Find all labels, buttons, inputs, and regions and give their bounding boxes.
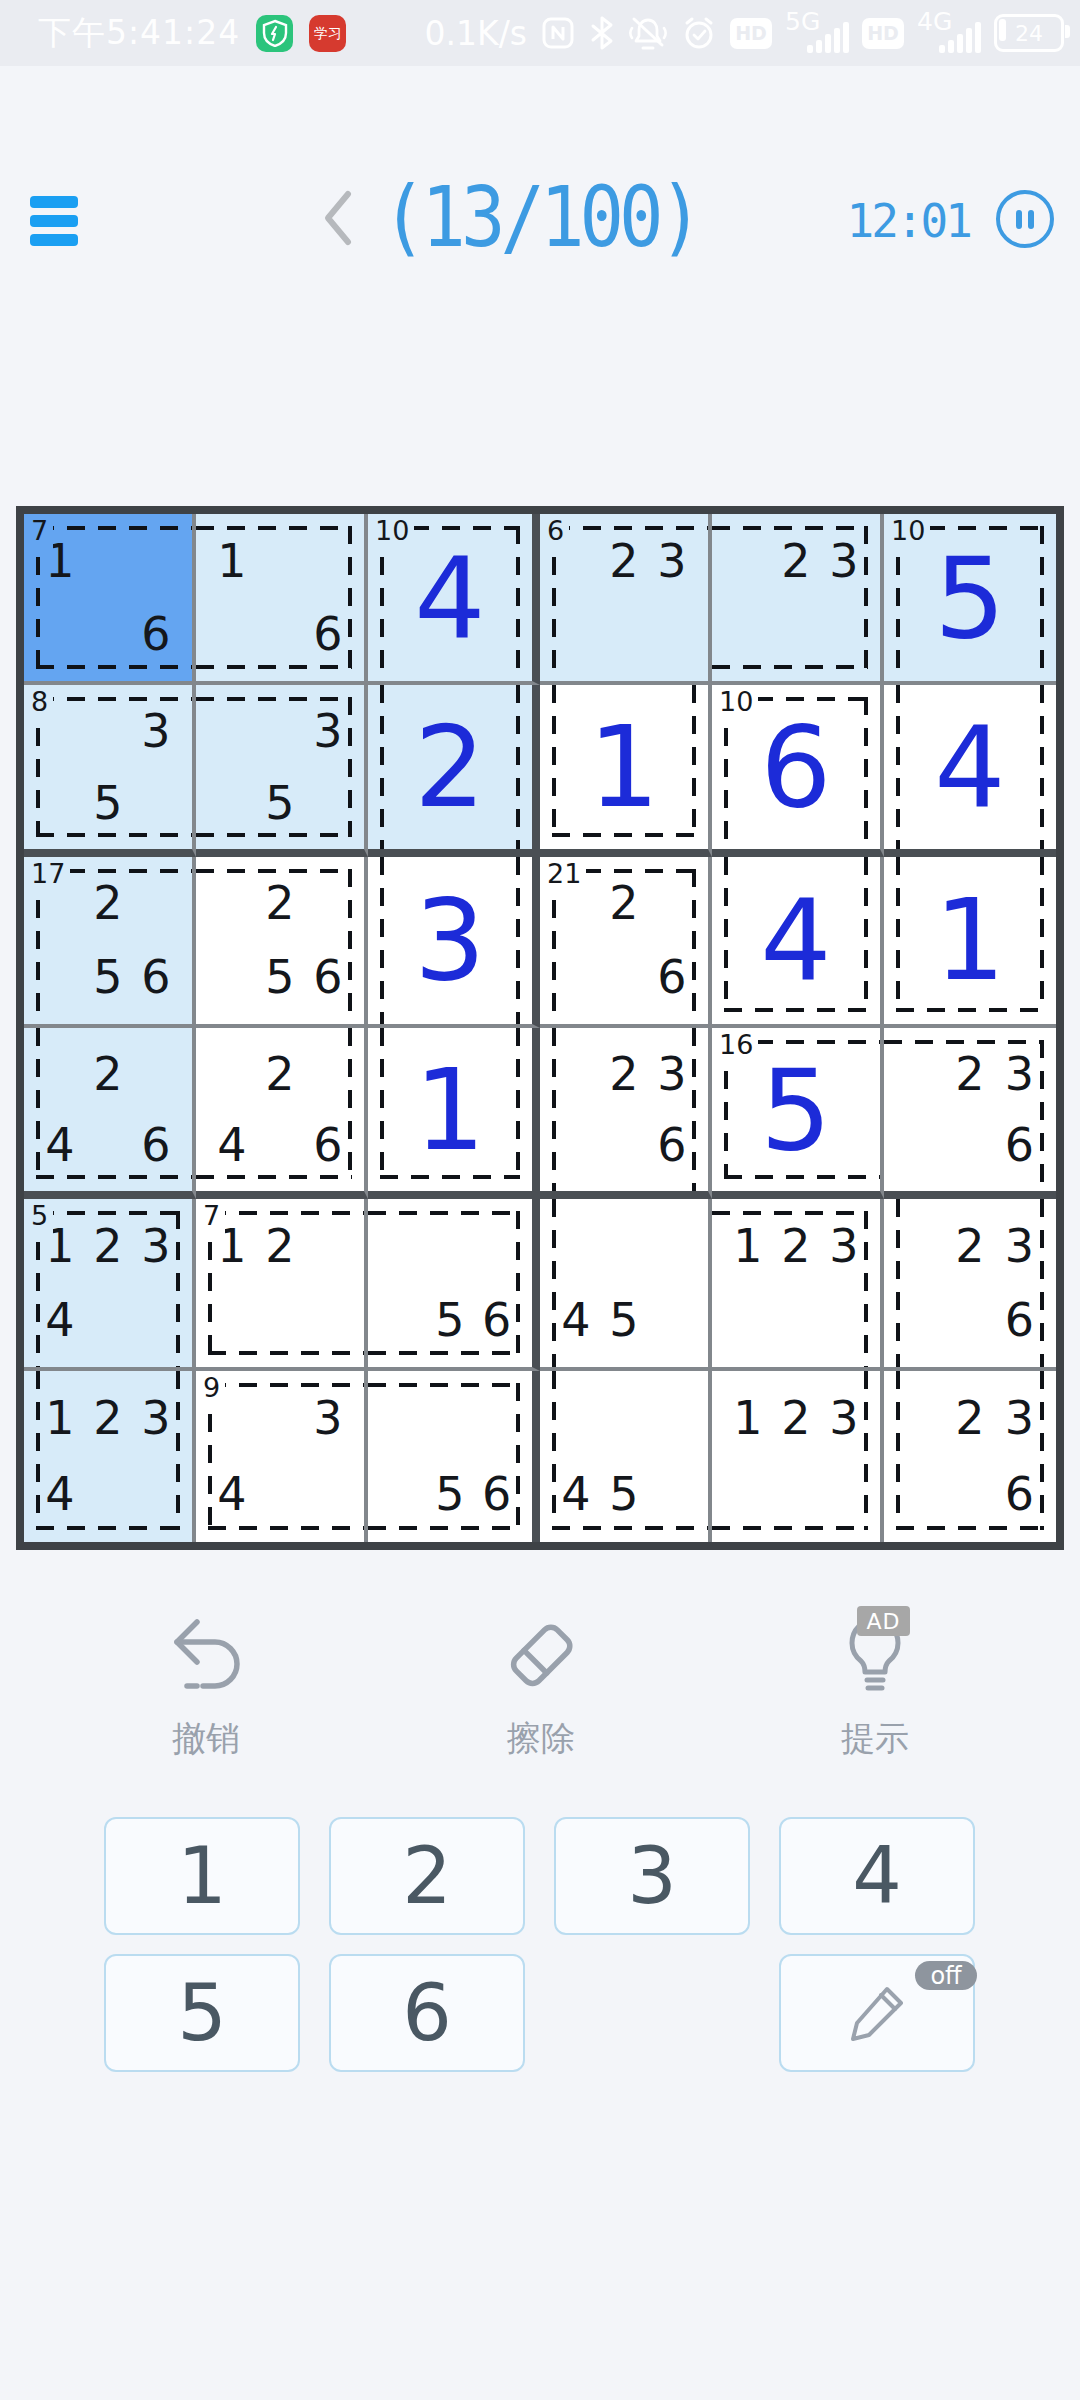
pencil-marks: 236 — [896, 1038, 1044, 1181]
cell-r4c3[interactable]: 1 — [368, 1028, 540, 1199]
pencil-mark-6: 6 — [304, 1110, 352, 1182]
pencil-marks: 35 — [36, 695, 180, 838]
pencil-mark-6: 6 — [648, 940, 696, 1014]
cell-r2c4[interactable]: 1 — [540, 685, 712, 856]
pencil-mark-2: 2 — [84, 867, 132, 941]
bluetooth-icon — [589, 15, 615, 51]
cage-sum: 17 — [31, 859, 70, 892]
pencil-mark-6: 6 — [304, 940, 352, 1014]
header: (13/100) 12:01 — [0, 168, 1080, 298]
pencil-icon — [841, 1977, 913, 2049]
pencil-marks: 45 — [552, 1381, 696, 1532]
ad-badge: AD — [857, 1606, 910, 1636]
pencil-marks: 45 — [552, 1209, 696, 1356]
hd-badge-2: HD — [862, 18, 904, 49]
alarm-icon — [681, 15, 717, 51]
cell-r2c1[interactable]: 358 — [24, 685, 196, 856]
cell-r3c2[interactable]: 256 — [196, 857, 368, 1028]
status-right-group: 0.1K/s HD 5G HD 4G 24 — [425, 11, 1064, 55]
pencil-marks: 16 — [36, 524, 180, 671]
pencil-marks: 246 — [208, 1038, 352, 1181]
pencil-mark-2: 2 — [772, 1381, 820, 1457]
cell-r2c3[interactable]: 2 — [368, 685, 540, 856]
pencil-mark-3: 3 — [304, 695, 352, 767]
pencil-marks: 1234 — [36, 1381, 180, 1532]
numpad-2[interactable]: 2 — [329, 1817, 525, 1935]
pencil-marks: 123 — [724, 1209, 868, 1356]
pencil-mark-4: 4 — [552, 1283, 600, 1357]
cell-r4c6[interactable]: 236 — [884, 1028, 1056, 1199]
hd-badge-1: HD — [730, 18, 772, 49]
pencil-mark-4: 4 — [208, 1110, 256, 1182]
pencil-mark-2: 2 — [256, 1209, 304, 1283]
pencil-mark-2: 2 — [600, 1038, 648, 1110]
status-bar: 下午5:41:24 学习 0.1K/s HD 5G HD 4G 24 — [0, 0, 1080, 66]
signal-4g-bars — [939, 22, 981, 53]
cell-r3c6[interactable]: 1 — [884, 857, 1056, 1028]
cell-r2c6[interactable]: 4 — [884, 685, 1056, 856]
numpad-5[interactable]: 5 — [104, 1954, 300, 2072]
pencil-mark-3: 3 — [304, 1381, 352, 1457]
puzzle-progress-title: (13/100) — [382, 169, 698, 265]
pencil-mark-6: 6 — [304, 598, 352, 672]
cell-r2c2[interactable]: 35 — [196, 685, 368, 856]
cell-value: 1 — [540, 685, 708, 848]
pencil-marks: 256 — [208, 867, 352, 1014]
pencil-mark-3: 3 — [820, 1381, 868, 1457]
signal-4g: 4G — [917, 11, 981, 55]
pencil-mark-5: 5 — [600, 1456, 648, 1532]
cell-r4c1[interactable]: 246 — [24, 1028, 196, 1199]
cage-sum: 7 — [31, 516, 53, 549]
number-pad: 1 2 3 4 5 6 off — [104, 1817, 976, 2072]
cage-sum: 10 — [891, 516, 930, 549]
cage-sum: 10 — [719, 687, 758, 720]
pencil-mark-5: 5 — [84, 767, 132, 839]
app-screen: 下午5:41:24 学习 0.1K/s HD 5G HD 4G 24 — [0, 0, 1080, 2400]
cell-r4c5[interactable]: 516 — [712, 1028, 884, 1199]
undo-button[interactable]: 撤销 — [121, 1612, 291, 1762]
cell-r5c2[interactable]: 127 — [196, 1199, 368, 1370]
pencil-mark-2: 2 — [945, 1381, 994, 1457]
cage-sum: 8 — [31, 687, 53, 720]
cell-r5c1[interactable]: 12345 — [24, 1199, 196, 1370]
mute-bell-icon — [628, 15, 668, 51]
cell-value: 1 — [368, 1028, 532, 1191]
cell-r4c4[interactable]: 236 — [540, 1028, 712, 1199]
cell-r6c1[interactable]: 1234 — [24, 1371, 196, 1542]
cell-r5c3[interactable]: 56 — [368, 1199, 540, 1370]
cell-r5c4[interactable]: 45 — [540, 1199, 712, 1370]
pencil-mark-3: 3 — [132, 1209, 180, 1283]
menu-icon[interactable] — [30, 196, 78, 253]
cell-value: 4 — [712, 857, 880, 1024]
security-app-icon — [256, 15, 293, 52]
cage-sum: 16 — [719, 1030, 758, 1063]
numpad-3[interactable]: 3 — [554, 1817, 750, 1935]
cell-r4c2[interactable]: 246 — [196, 1028, 368, 1199]
erase-label: 擦除 — [456, 1716, 626, 1762]
pencil-mark-2: 2 — [772, 1209, 820, 1283]
pencil-mark-3: 3 — [648, 1038, 696, 1110]
numpad-4[interactable]: 4 — [779, 1817, 975, 1935]
cell-r6c2[interactable]: 349 — [196, 1371, 368, 1542]
pause-button[interactable] — [996, 190, 1054, 248]
pencil-mark-2: 2 — [600, 524, 648, 598]
undo-icon — [161, 1612, 251, 1700]
status-time: 下午5:41:24 — [38, 11, 240, 56]
pencil-mark-2: 2 — [772, 524, 820, 598]
pencil-off-badge: off — [915, 1961, 977, 1990]
cage-sum: 9 — [203, 1373, 225, 1406]
cage-sum: 21 — [547, 859, 586, 892]
study-app-icon: 学习 — [309, 15, 346, 52]
pencil-mark-6: 6 — [473, 1283, 520, 1357]
back-icon[interactable] — [318, 188, 360, 248]
pencil-mark-5: 5 — [256, 940, 304, 1014]
pencil-mark-6: 6 — [995, 1110, 1044, 1182]
pencil-mark-1: 1 — [724, 1381, 772, 1457]
cell-r3c4[interactable]: 2621 — [540, 857, 712, 1028]
cell-r3c5[interactable]: 4 — [712, 857, 884, 1028]
pencil-mark-6: 6 — [473, 1456, 520, 1532]
pencil-toggle-button[interactable]: off — [779, 1954, 975, 2072]
hint-label: 提示 — [790, 1716, 960, 1762]
pencil-mark-6: 6 — [132, 598, 180, 672]
cell-r6c4[interactable]: 45 — [540, 1371, 712, 1542]
pencil-marks: 35 — [208, 695, 352, 838]
eraser-icon — [496, 1612, 586, 1700]
pencil-mark-2: 2 — [600, 867, 648, 941]
pencil-mark-4: 4 — [36, 1283, 84, 1357]
pencil-mark-5: 5 — [256, 767, 304, 839]
pencil-mark-3: 3 — [132, 695, 180, 767]
pencil-mark-1: 1 — [724, 1209, 772, 1283]
nfc-icon — [540, 15, 576, 51]
cage-sum: 6 — [547, 516, 569, 549]
net-speed: 0.1K/s — [425, 14, 527, 53]
pencil-mark-5: 5 — [600, 1283, 648, 1357]
pencil-mark-6: 6 — [995, 1456, 1044, 1532]
pencil-marks: 236 — [896, 1381, 1044, 1532]
cage-sum: 10 — [375, 516, 414, 549]
cell-r6c3[interactable]: 56 — [368, 1371, 540, 1542]
cell-r1c1[interactable]: 167 — [24, 514, 196, 685]
pencil-mark-5: 5 — [427, 1283, 474, 1357]
pencil-mark-6: 6 — [995, 1283, 1044, 1357]
pencil-mark-4: 4 — [552, 1456, 600, 1532]
cell-r3c1[interactable]: 25617 — [24, 857, 196, 1028]
hint-button[interactable]: AD 提示 — [790, 1612, 960, 1762]
pencil-mark-2: 2 — [84, 1381, 132, 1457]
pencil-marks: 1234 — [36, 1209, 180, 1356]
study-app-icon-text: 学习 — [314, 26, 342, 40]
pencil-mark-3: 3 — [995, 1038, 1044, 1110]
cell-r1c2[interactable]: 16 — [196, 514, 368, 685]
cell-value: 3 — [368, 857, 532, 1024]
cell-value: 4 — [884, 685, 1056, 848]
cell-r2c5[interactable]: 610 — [712, 685, 884, 856]
undo-label: 撤销 — [121, 1716, 291, 1762]
pencil-marks: 123 — [724, 1381, 868, 1532]
cell-r5c6[interactable]: 236 — [884, 1199, 1056, 1370]
pencil-mark-3: 3 — [648, 524, 696, 598]
pencil-mark-4: 4 — [36, 1456, 84, 1532]
pencil-marks: 56 — [380, 1209, 520, 1356]
pencil-mark-2: 2 — [945, 1209, 994, 1283]
pencil-marks: 16 — [208, 524, 352, 671]
cell-r6c6[interactable]: 236 — [884, 1371, 1056, 1542]
cage-sum: 7 — [203, 1201, 225, 1234]
pencil-marks: 23 — [724, 524, 868, 671]
pencil-mark-6: 6 — [132, 1110, 180, 1182]
cell-r1c5[interactable]: 23 — [712, 514, 884, 685]
pencil-mark-2: 2 — [84, 1038, 132, 1110]
pencil-marks: 23 — [552, 524, 696, 671]
erase-button[interactable]: 擦除 — [456, 1612, 626, 1762]
signal-5g: 5G — [785, 11, 849, 55]
cell-value: 2 — [368, 685, 532, 848]
cell-r3c3[interactable]: 3 — [368, 857, 540, 1028]
battery-indicator: 24 — [994, 14, 1064, 52]
cell-r1c6[interactable]: 510 — [884, 514, 1056, 685]
cell-value: 1 — [884, 857, 1056, 1024]
pencil-mark-5: 5 — [84, 940, 132, 1014]
pencil-marks: 236 — [896, 1209, 1044, 1356]
pencil-mark-1: 1 — [208, 524, 256, 598]
pencil-mark-3: 3 — [820, 1209, 868, 1283]
cell-r6c5[interactable]: 123 — [712, 1371, 884, 1542]
pencil-mark-2: 2 — [256, 867, 304, 941]
battery-percent: 24 — [1015, 21, 1043, 46]
numpad-1[interactable]: 1 — [104, 1817, 300, 1935]
cage-sum: 5 — [31, 1201, 53, 1234]
pencil-mark-3: 3 — [995, 1209, 1044, 1283]
pencil-mark-2: 2 — [84, 1209, 132, 1283]
numpad-6[interactable]: 6 — [329, 1954, 525, 2072]
pencil-mark-3: 3 — [132, 1381, 180, 1457]
cell-r1c4[interactable]: 236 — [540, 514, 712, 685]
pencil-mark-3: 3 — [995, 1381, 1044, 1457]
pencil-mark-6: 6 — [132, 940, 180, 1014]
pencil-mark-6: 6 — [648, 1110, 696, 1182]
pencil-mark-1: 1 — [36, 1381, 84, 1457]
killer-sudoku-board: 1671641023623510358352161042561725632621… — [16, 506, 1064, 1550]
pencil-mark-3: 3 — [820, 524, 868, 598]
signal-5g-bars — [807, 22, 849, 53]
cell-r1c3[interactable]: 410 — [368, 514, 540, 685]
game-timer: 12:01 — [847, 194, 970, 248]
pencil-mark-5: 5 — [427, 1456, 474, 1532]
board-grid: 1671641023623510358352161042561725632621… — [24, 514, 1056, 1542]
pencil-marks: 56 — [380, 1381, 520, 1532]
pencil-marks: 12 — [208, 1209, 352, 1356]
pencil-mark-4: 4 — [208, 1456, 256, 1532]
pencil-marks: 246 — [36, 1038, 180, 1181]
pencil-marks: 236 — [552, 1038, 696, 1181]
pencil-marks: 34 — [208, 1381, 352, 1532]
cell-r5c5[interactable]: 123 — [712, 1199, 884, 1370]
pencil-mark-4: 4 — [36, 1110, 84, 1182]
pencil-mark-2: 2 — [945, 1038, 994, 1110]
pencil-mark-2: 2 — [256, 1038, 304, 1110]
